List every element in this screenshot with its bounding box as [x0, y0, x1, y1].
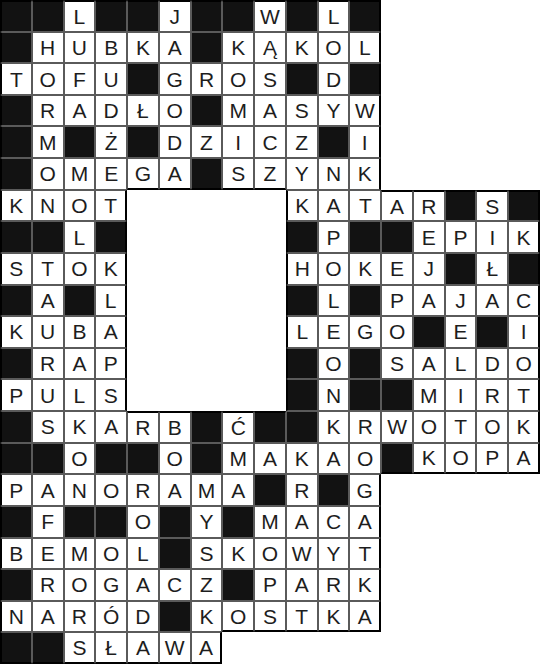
empty-space	[254, 348, 286, 380]
letter-cell[interactable]: N	[0, 601, 32, 633]
letter-cell[interactable]: J	[413, 253, 445, 285]
letter-cell[interactable]: C	[254, 126, 286, 158]
letter-cell[interactable]: Y	[286, 158, 318, 190]
empty-space	[413, 506, 445, 538]
letter-cell[interactable]: O	[318, 253, 350, 285]
letter-cell[interactable]: H	[32, 32, 64, 64]
empty-space	[413, 0, 445, 32]
letter-cell[interactable]: G	[159, 63, 191, 95]
letter-cell[interactable]: P	[476, 443, 508, 475]
letter-cell[interactable]: K	[286, 32, 318, 64]
letter-cell[interactable]: A	[349, 506, 381, 538]
letter-cell[interactable]: K	[222, 538, 254, 570]
letter-cell[interactable]: O	[318, 348, 350, 380]
letter-cell[interactable]: A	[95, 411, 127, 443]
letter-cell[interactable]: G	[127, 158, 159, 190]
letter-cell[interactable]: N	[318, 158, 350, 190]
empty-space	[476, 126, 508, 158]
letter-cell[interactable]: O	[349, 443, 381, 475]
letter-cell[interactable]: B	[159, 411, 191, 443]
black-cell	[286, 348, 318, 380]
letter-cell[interactable]: O	[413, 411, 445, 443]
black-cell	[286, 411, 318, 443]
letter-cell[interactable]: S	[286, 95, 318, 127]
letter-cell[interactable]: O	[64, 569, 96, 601]
letter-cell[interactable]: K	[0, 316, 32, 348]
letter-cell[interactable]: T	[286, 601, 318, 633]
black-cell	[0, 221, 32, 253]
letter-cell[interactable]: A	[191, 632, 223, 664]
letter-cell[interactable]: O	[95, 474, 127, 506]
letter-cell[interactable]: E	[32, 538, 64, 570]
empty-space	[127, 316, 159, 348]
black-cell	[349, 0, 381, 32]
letter-cell[interactable]: W	[349, 95, 381, 127]
letter-cell[interactable]: A	[222, 474, 254, 506]
letter-cell[interactable]: I	[445, 379, 477, 411]
black-cell	[349, 348, 381, 380]
letter-cell[interactable]: S	[191, 538, 223, 570]
empty-space	[254, 379, 286, 411]
letter-cell[interactable]: E	[318, 316, 350, 348]
letter-cell[interactable]: A	[64, 348, 96, 380]
letter-cell[interactable]: N	[32, 190, 64, 222]
letter-cell[interactable]: P	[0, 379, 32, 411]
black-cell	[254, 411, 286, 443]
letter-cell[interactable]: K	[0, 190, 32, 222]
letter-cell[interactable]: O	[64, 443, 96, 475]
black-cell	[191, 443, 223, 475]
black-cell	[222, 569, 254, 601]
letter-cell[interactable]: P	[445, 221, 477, 253]
letter-cell[interactable]: K	[413, 443, 445, 475]
letter-cell[interactable]: O	[95, 538, 127, 570]
letter-cell[interactable]: L	[318, 285, 350, 317]
black-cell	[318, 126, 350, 158]
empty-space	[413, 95, 445, 127]
empty-space	[413, 538, 445, 570]
empty-space	[476, 95, 508, 127]
letter-cell[interactable]: C	[159, 569, 191, 601]
letter-cell[interactable]: R	[413, 190, 445, 222]
letter-cell[interactable]: A	[254, 95, 286, 127]
black-cell	[476, 316, 508, 348]
letter-cell[interactable]: B	[64, 316, 96, 348]
letter-cell[interactable]: A	[413, 285, 445, 317]
letter-cell[interactable]: S	[381, 348, 413, 380]
letter-cell[interactable]: A	[159, 474, 191, 506]
letter-cell[interactable]: M	[191, 474, 223, 506]
black-cell	[191, 32, 223, 64]
letter-cell[interactable]: C	[318, 506, 350, 538]
empty-space	[381, 569, 413, 601]
letter-cell[interactable]: L	[318, 0, 350, 32]
letter-cell[interactable]: R	[349, 411, 381, 443]
letter-cell[interactable]: N	[318, 379, 350, 411]
letter-cell[interactable]: G	[349, 316, 381, 348]
empty-space	[381, 506, 413, 538]
empty-space	[413, 474, 445, 506]
letter-cell[interactable]: R	[32, 348, 64, 380]
letter-cell[interactable]: T	[0, 63, 32, 95]
black-cell	[64, 126, 96, 158]
letter-cell[interactable]: A	[32, 474, 64, 506]
letter-cell[interactable]: O	[318, 32, 350, 64]
letter-cell[interactable]: L	[64, 379, 96, 411]
letter-cell[interactable]: O	[32, 158, 64, 190]
letter-cell[interactable]: E	[95, 158, 127, 190]
letter-cell[interactable]: K	[508, 411, 540, 443]
black-cell	[0, 32, 32, 64]
letter-cell[interactable]: Z	[286, 126, 318, 158]
letter-cell[interactable]: K	[318, 601, 350, 633]
letter-cell[interactable]: H	[286, 253, 318, 285]
letter-cell[interactable]: U	[32, 316, 64, 348]
letter-cell[interactable]: K	[286, 190, 318, 222]
letter-cell[interactable]: U	[64, 32, 96, 64]
letter-cell[interactable]: T	[349, 190, 381, 222]
letter-cell[interactable]: Ż	[95, 126, 127, 158]
letter-cell[interactable]: A	[318, 443, 350, 475]
letter-cell[interactable]: O	[64, 190, 96, 222]
letter-cell[interactable]: L	[64, 221, 96, 253]
letter-cell[interactable]: M	[254, 506, 286, 538]
letter-cell[interactable]: S	[95, 379, 127, 411]
letter-cell[interactable]: W	[381, 411, 413, 443]
letter-cell[interactable]: Y	[318, 95, 350, 127]
black-cell	[191, 411, 223, 443]
letter-cell[interactable]: A	[159, 158, 191, 190]
letter-cell[interactable]: M	[64, 538, 96, 570]
letter-cell[interactable]: O	[476, 411, 508, 443]
black-cell	[286, 379, 318, 411]
black-cell	[0, 158, 32, 190]
letter-cell[interactable]: R	[127, 411, 159, 443]
black-cell	[32, 443, 64, 475]
empty-space	[413, 632, 445, 664]
black-cell	[349, 63, 381, 95]
letter-cell[interactable]: R	[32, 95, 64, 127]
letter-cell[interactable]: P	[254, 569, 286, 601]
black-cell	[0, 443, 32, 475]
crossword-board: LJWLHUBKAKĄKOLTOFUGROSDRADŁOMASYWMŻDZICZ…	[0, 0, 540, 664]
letter-cell[interactable]: Ł	[127, 95, 159, 127]
letter-cell[interactable]: M	[222, 95, 254, 127]
empty-space	[508, 601, 540, 633]
letter-cell[interactable]: P	[381, 285, 413, 317]
empty-space	[191, 221, 223, 253]
letter-cell[interactable]: R	[318, 569, 350, 601]
empty-space	[159, 348, 191, 380]
letter-cell[interactable]: J	[445, 285, 477, 317]
letter-cell[interactable]: O	[159, 443, 191, 475]
letter-cell[interactable]: M	[413, 379, 445, 411]
letter-cell[interactable]: N	[64, 474, 96, 506]
letter-cell[interactable]: L	[286, 316, 318, 348]
empty-space	[191, 253, 223, 285]
letter-cell[interactable]: E	[381, 253, 413, 285]
empty-space	[381, 601, 413, 633]
black-cell	[286, 0, 318, 32]
letter-cell[interactable]: Z	[191, 126, 223, 158]
letter-cell[interactable]: P	[95, 348, 127, 380]
empty-space	[508, 474, 540, 506]
empty-space	[445, 63, 477, 95]
empty-space	[445, 569, 477, 601]
black-cell	[32, 221, 64, 253]
letter-cell[interactable]: D	[476, 348, 508, 380]
black-cell	[191, 0, 223, 32]
letter-cell[interactable]: S	[254, 601, 286, 633]
black-cell	[381, 221, 413, 253]
black-cell	[349, 221, 381, 253]
empty-space	[349, 632, 381, 664]
black-cell	[0, 506, 32, 538]
letter-cell[interactable]: A	[286, 506, 318, 538]
letter-cell[interactable]: A	[127, 569, 159, 601]
empty-space	[476, 601, 508, 633]
letter-cell[interactable]: R	[286, 474, 318, 506]
letter-cell[interactable]: O	[222, 601, 254, 633]
letter-cell[interactable]: K	[508, 221, 540, 253]
letter-cell[interactable]: A	[159, 32, 191, 64]
letter-cell[interactable]: T	[349, 538, 381, 570]
letter-cell[interactable]: E	[413, 221, 445, 253]
letter-cell[interactable]: O	[445, 443, 477, 475]
empty-space	[508, 632, 540, 664]
letter-cell[interactable]: A	[318, 190, 350, 222]
empty-space	[159, 285, 191, 317]
letter-cell[interactable]: K	[95, 253, 127, 285]
empty-space	[445, 126, 477, 158]
letter-cell[interactable]: D	[318, 63, 350, 95]
letter-cell[interactable]: L	[445, 348, 477, 380]
empty-space	[508, 32, 540, 64]
empty-space	[127, 285, 159, 317]
letter-cell[interactable]: T	[508, 379, 540, 411]
empty-space	[159, 190, 191, 222]
empty-space	[476, 632, 508, 664]
empty-space	[445, 601, 477, 633]
black-cell	[381, 379, 413, 411]
letter-cell[interactable]: D	[127, 601, 159, 633]
black-cell	[508, 253, 540, 285]
letter-cell[interactable]: R	[127, 474, 159, 506]
empty-space	[413, 126, 445, 158]
letter-cell[interactable]: J	[159, 0, 191, 32]
letter-cell[interactable]: Ł	[476, 253, 508, 285]
letter-cell[interactable]: K	[286, 443, 318, 475]
letter-cell[interactable]: A	[127, 632, 159, 664]
letter-cell[interactable]: P	[318, 221, 350, 253]
letter-cell[interactable]: W	[254, 0, 286, 32]
letter-cell[interactable]: O	[222, 63, 254, 95]
empty-space	[222, 379, 254, 411]
black-cell	[64, 285, 96, 317]
black-cell	[0, 632, 32, 664]
black-cell	[254, 474, 286, 506]
black-cell	[32, 632, 64, 664]
letter-cell[interactable]: B	[95, 32, 127, 64]
letter-cell[interactable]: Ą	[254, 32, 286, 64]
letter-cell[interactable]: Ł	[95, 632, 127, 664]
black-cell	[95, 443, 127, 475]
letter-cell[interactable]: S	[254, 63, 286, 95]
letter-cell[interactable]: L	[127, 538, 159, 570]
letter-cell[interactable]: I	[349, 126, 381, 158]
letter-cell[interactable]: K	[191, 601, 223, 633]
letter-cell[interactable]: W	[286, 538, 318, 570]
letter-cell[interactable]: M	[222, 443, 254, 475]
letter-cell[interactable]: R	[476, 379, 508, 411]
letter-cell[interactable]: S	[222, 158, 254, 190]
empty-space	[318, 632, 350, 664]
empty-space	[413, 601, 445, 633]
empty-space	[159, 316, 191, 348]
black-cell	[222, 506, 254, 538]
letter-cell[interactable]: A	[32, 601, 64, 633]
letter-cell[interactable]: U	[95, 63, 127, 95]
empty-space	[476, 506, 508, 538]
letter-cell[interactable]: R	[64, 601, 96, 633]
letter-cell[interactable]: S	[32, 411, 64, 443]
empty-space	[191, 348, 223, 380]
letter-cell[interactable]: T	[32, 253, 64, 285]
letter-cell[interactable]: K	[349, 158, 381, 190]
letter-cell[interactable]: C	[508, 285, 540, 317]
black-cell	[0, 569, 32, 601]
letter-cell[interactable]: A	[381, 190, 413, 222]
empty-space	[254, 632, 286, 664]
empty-space	[445, 506, 477, 538]
empty-space	[508, 158, 540, 190]
letter-cell[interactable]: T	[95, 190, 127, 222]
letter-cell[interactable]: L	[64, 0, 96, 32]
letter-cell[interactable]: A	[413, 348, 445, 380]
letter-cell[interactable]: O	[32, 63, 64, 95]
empty-space	[254, 253, 286, 285]
letter-cell[interactable]: K	[318, 411, 350, 443]
letter-cell[interactable]: I	[508, 316, 540, 348]
letter-cell[interactable]: T	[445, 411, 477, 443]
letter-cell[interactable]: I	[476, 221, 508, 253]
empty-space	[254, 316, 286, 348]
letter-cell[interactable]: K	[127, 32, 159, 64]
letter-cell[interactable]: M	[32, 126, 64, 158]
black-cell	[413, 316, 445, 348]
letter-cell[interactable]: R	[191, 63, 223, 95]
letter-cell[interactable]: A	[64, 95, 96, 127]
letter-cell[interactable]: A	[349, 601, 381, 633]
letter-cell[interactable]: W	[159, 632, 191, 664]
letter-cell[interactable]: L	[349, 32, 381, 64]
letter-cell[interactable]: K	[349, 569, 381, 601]
empty-space	[508, 506, 540, 538]
letter-cell[interactable]: Y	[191, 506, 223, 538]
letter-cell[interactable]: S	[476, 190, 508, 222]
empty-space	[445, 0, 477, 32]
empty-space	[381, 632, 413, 664]
empty-space	[508, 569, 540, 601]
letter-cell[interactable]: Ć	[222, 411, 254, 443]
letter-cell[interactable]: G	[349, 474, 381, 506]
letter-cell[interactable]: S	[0, 253, 32, 285]
letter-cell[interactable]: K	[64, 411, 96, 443]
letter-cell[interactable]: A	[32, 285, 64, 317]
letter-cell[interactable]: Z	[191, 569, 223, 601]
letter-cell[interactable]: G	[95, 569, 127, 601]
empty-space	[381, 63, 413, 95]
letter-cell[interactable]: B	[0, 538, 32, 570]
empty-space	[381, 32, 413, 64]
empty-space	[476, 63, 508, 95]
black-cell	[349, 285, 381, 317]
empty-space	[191, 190, 223, 222]
letter-cell[interactable]: O	[127, 506, 159, 538]
black-cell	[127, 443, 159, 475]
letter-cell[interactable]: P	[0, 474, 32, 506]
letter-cell[interactable]: Y	[318, 538, 350, 570]
letter-cell[interactable]: A	[508, 443, 540, 475]
letter-cell[interactable]: Ó	[95, 601, 127, 633]
letter-cell[interactable]: A	[286, 569, 318, 601]
letter-cell[interactable]: K	[222, 32, 254, 64]
black-cell	[286, 221, 318, 253]
black-cell	[445, 253, 477, 285]
letter-cell[interactable]: I	[222, 126, 254, 158]
empty-space	[508, 63, 540, 95]
black-cell	[127, 63, 159, 95]
black-cell	[127, 126, 159, 158]
letter-cell[interactable]: O	[254, 538, 286, 570]
black-cell	[0, 0, 32, 32]
letter-cell[interactable]: F	[32, 506, 64, 538]
letter-cell[interactable]: U	[32, 379, 64, 411]
empty-space	[445, 632, 477, 664]
empty-space	[159, 253, 191, 285]
letter-cell[interactable]: F	[64, 63, 96, 95]
letter-cell[interactable]: R	[32, 569, 64, 601]
black-cell	[0, 411, 32, 443]
letter-cell[interactable]: K	[349, 253, 381, 285]
letter-cell[interactable]: D	[159, 126, 191, 158]
empty-space	[127, 348, 159, 380]
black-cell	[191, 158, 223, 190]
empty-space	[381, 126, 413, 158]
letter-cell[interactable]: A	[95, 316, 127, 348]
empty-space	[508, 95, 540, 127]
black-cell	[445, 190, 477, 222]
empty-space	[413, 63, 445, 95]
letter-cell[interactable]: E	[445, 316, 477, 348]
letter-cell[interactable]: O	[64, 253, 96, 285]
letter-cell[interactable]: A	[476, 285, 508, 317]
letter-cell[interactable]: O	[381, 316, 413, 348]
letter-cell[interactable]: S	[64, 632, 96, 664]
letter-cell[interactable]: A	[254, 443, 286, 475]
letter-cell[interactable]: D	[95, 95, 127, 127]
black-cell	[0, 95, 32, 127]
letter-cell[interactable]: L	[95, 285, 127, 317]
letter-cell[interactable]: Z	[254, 158, 286, 190]
empty-space	[222, 348, 254, 380]
letter-cell[interactable]: O	[508, 348, 540, 380]
empty-space	[508, 0, 540, 32]
empty-space	[445, 538, 477, 570]
letter-cell[interactable]: M	[64, 158, 96, 190]
empty-space	[508, 126, 540, 158]
letter-cell[interactable]: O	[159, 95, 191, 127]
